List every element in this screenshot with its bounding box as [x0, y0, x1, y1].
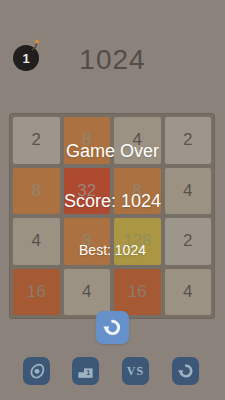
versus-label: VS: [127, 364, 144, 379]
bomb-count: 1: [22, 51, 29, 66]
bomb-fuse-icon: [30, 39, 43, 52]
restart-arrow-icon: [177, 362, 195, 380]
leaderboard-rank: 1: [86, 369, 90, 377]
game-over-best: Best: 1024: [0, 243, 225, 258]
retry-button[interactable]: [96, 311, 129, 344]
tile-4: 4: [165, 269, 212, 316]
tile-4: 4: [64, 269, 111, 316]
restart-button[interactable]: [172, 357, 199, 385]
undo-circular-arrow-icon: [102, 317, 123, 338]
tile-16: 16: [13, 269, 60, 316]
bomb-powerup-button[interactable]: 1: [13, 45, 39, 71]
game-over-title: Game Over: [0, 142, 225, 161]
podium-icon: 1: [76, 362, 95, 381]
tile-16: 16: [114, 269, 161, 316]
game-over-score: Score: 1024: [0, 192, 225, 211]
leaderboard-button[interactable]: 1: [72, 357, 99, 385]
achievements-button[interactable]: [23, 357, 50, 385]
versus-button[interactable]: VS: [122, 357, 149, 385]
app-screen: 1024 1 284283284481282164164 Game Over S…: [0, 0, 225, 400]
game-pick-icon: [27, 362, 46, 381]
